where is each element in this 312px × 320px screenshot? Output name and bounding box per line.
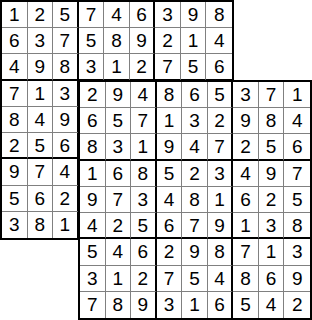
- sudoku-cell-b-r4c8: 9: [259, 161, 285, 187]
- sudoku-cell-a-r2c5: 8: [104, 28, 130, 54]
- sudoku-cell-b-r7c7: 7: [233, 239, 259, 265]
- sudoku-cell-b-r6c7: 1: [233, 213, 259, 239]
- sudoku-cell-b-r4c9: 7: [284, 161, 310, 187]
- sudoku-cell-b-r6c3: 5: [131, 213, 157, 239]
- sudoku-cell-b-r4c2: 6: [106, 161, 132, 187]
- sudoku-cell-b-r7c5: 9: [182, 239, 208, 265]
- sudoku-cell-b-r1c6: 5: [208, 82, 234, 108]
- sudoku-cell-b-r3c6: 7: [208, 134, 234, 160]
- sudoku-cell-b-r6c6: 9: [208, 213, 234, 239]
- sudoku-cell-b-r8c7: 8: [233, 266, 259, 292]
- sudoku-cell-b-r6c2: 2: [106, 213, 132, 239]
- sudoku-cell-b-r8c6: 4: [208, 266, 234, 292]
- sudoku-cell-a-r3c1: 4: [2, 54, 28, 80]
- sudoku-cell-b-r6c4: 6: [157, 213, 183, 239]
- sudoku-cell-b-r2c8: 8: [259, 108, 285, 134]
- sudoku-cell-b-r2c5: 3: [182, 108, 208, 134]
- sudoku-cell-a-r6c2: 5: [28, 133, 54, 159]
- sudoku-cell-b-r4c1: 1: [80, 161, 106, 187]
- sudoku-cell-b-r7c4: 2: [157, 239, 183, 265]
- sudoku-cell-a-r2c8: 1: [181, 28, 207, 54]
- sudoku-cell-a-r5c1: 8: [2, 107, 28, 133]
- sudoku-cell-b-r2c6: 2: [208, 108, 234, 134]
- sudoku-cell-b-r5c2: 7: [106, 187, 132, 213]
- sudoku-cell-b-r5c5: 8: [182, 187, 208, 213]
- sudoku-cell-b-r5c4: 4: [157, 187, 183, 213]
- sudoku-cell-b-r9c4: 3: [157, 292, 183, 318]
- sudoku-cell-a-r8c3: 2: [53, 186, 79, 212]
- sudoku-cell-b-r9c3: 9: [131, 292, 157, 318]
- sudoku-cell-b-r1c5: 6: [182, 82, 208, 108]
- sudoku-cell-b-r9c7: 5: [233, 292, 259, 318]
- sudoku-cell-a-r2c3: 7: [53, 28, 79, 54]
- sudoku-cell-a-r2c4: 5: [79, 28, 105, 54]
- sudoku-cell-b-r5c7: 6: [233, 187, 259, 213]
- sudoku-cell-a-r3c8: 5: [181, 54, 207, 80]
- sudoku-cell-b-r3c5: 4: [182, 134, 208, 160]
- sudoku-cell-b-r6c9: 8: [284, 213, 310, 239]
- sudoku-cell-b-r2c9: 4: [284, 108, 310, 134]
- sudoku-cell-b-r4c7: 4: [233, 161, 259, 187]
- sudoku-cell-b-r1c8: 7: [259, 82, 285, 108]
- sudoku-cell-b-r1c1: 2: [80, 82, 106, 108]
- sudoku-cell-b-r9c9: 2: [284, 292, 310, 318]
- sudoku-cell-a-r5c3: 9: [53, 107, 79, 133]
- sudoku-cell-b-r2c3: 7: [131, 108, 157, 134]
- sudoku-cell-b-r5c8: 2: [259, 187, 285, 213]
- sudoku-cell-b-r4c4: 5: [157, 161, 183, 187]
- sudoku-cell-b-r8c1: 3: [80, 266, 106, 292]
- sudoku-cell-b-r9c8: 4: [259, 292, 285, 318]
- sudoku-cell-b-r3c3: 1: [131, 134, 157, 160]
- sudoku-cell-b-r2c4: 1: [157, 108, 183, 134]
- sudoku-cell-b-r8c8: 6: [259, 266, 285, 292]
- sudoku-cell-a-r5c2: 4: [28, 107, 54, 133]
- sudoku-cell-b-r4c3: 8: [131, 161, 157, 187]
- sudoku-cell-a-r7c3: 4: [53, 159, 79, 185]
- sudoku-cell-b-r2c7: 9: [233, 108, 259, 134]
- sudoku-cell-b-r3c7: 2: [233, 134, 259, 160]
- sudoku-cell-a-r7c1: 9: [2, 159, 28, 185]
- sudoku-cell-b-r2c1: 6: [80, 108, 106, 134]
- sudoku-cell-b-r7c2: 4: [106, 239, 132, 265]
- sudoku-cell-a-r8c1: 5: [2, 186, 28, 212]
- sudoku-cell-b-r3c8: 5: [259, 134, 285, 160]
- sudoku-cell-b-r5c9: 5: [284, 187, 310, 213]
- sudoku-cell-b-r8c2: 1: [106, 266, 132, 292]
- sudoku-cell-a-r3c5: 1: [104, 54, 130, 80]
- sudoku-cell-b-r1c4: 8: [157, 82, 183, 108]
- sudoku-cell-b-r6c5: 7: [182, 213, 208, 239]
- sudoku-cell-a-r9c2: 8: [28, 212, 54, 238]
- sudoku-cell-b-r6c8: 3: [259, 213, 285, 239]
- sudoku-cell-b-r8c4: 7: [157, 266, 183, 292]
- sudoku-cell-a-r1c7: 3: [155, 2, 181, 28]
- sudoku-cell-a-r1c8: 9: [181, 2, 207, 28]
- sudoku-cell-a-r3c7: 7: [155, 54, 181, 80]
- sudoku-cell-b-r8c3: 2: [131, 266, 157, 292]
- sudoku-cell-b-r1c7: 3: [233, 82, 259, 108]
- sudoku-cell-a-r3c3: 8: [53, 54, 79, 80]
- sudoku-cell-a-r1c4: 7: [79, 2, 105, 28]
- sudoku-cell-b-r2c2: 5: [106, 108, 132, 134]
- sudoku-cell-b-r5c6: 1: [208, 187, 234, 213]
- sudoku-cell-b-r6c1: 4: [80, 213, 106, 239]
- sudoku-cell-b-r9c6: 6: [208, 292, 234, 318]
- sudoku-cell-a-r1c6: 6: [130, 2, 156, 28]
- sudoku-cell-b-r7c6: 8: [208, 239, 234, 265]
- sudoku-cell-a-r3c9: 6: [206, 54, 232, 80]
- sudoku-cell-a-r4c2: 1: [28, 81, 54, 107]
- sudoku-cell-a-r4c3: 3: [53, 81, 79, 107]
- sudoku-cell-a-r3c2: 9: [28, 54, 54, 80]
- sudoku-cell-a-r9c1: 3: [2, 212, 28, 238]
- sudoku-cell-b-r3c1: 8: [80, 134, 106, 160]
- sudoku-cell-a-r3c6: 2: [130, 54, 156, 80]
- sudoku-cell-b-r3c4: 9: [157, 134, 183, 160]
- sudoku-cell-a-r2c6: 9: [130, 28, 156, 54]
- sudoku-cell-a-r6c1: 2: [2, 133, 28, 159]
- sudoku-cell-b-r7c9: 3: [284, 239, 310, 265]
- sudoku-cell-a-r1c1: 1: [2, 2, 28, 28]
- sudoku-cell-a-r1c5: 4: [104, 2, 130, 28]
- sudoku-cell-b-r8c9: 9: [284, 266, 310, 292]
- twin-sudoku-board: 1257463986375892144983127567132948658496…: [0, 0, 312, 320]
- sudoku-cell-b-r3c2: 3: [106, 134, 132, 160]
- sudoku-grid-b: 2948653716571329848319472561685234979734…: [78, 80, 312, 320]
- sudoku-cell-b-r7c3: 6: [131, 239, 157, 265]
- sudoku-cell-b-r3c9: 6: [284, 134, 310, 160]
- sudoku-cell-a-r2c2: 3: [28, 28, 54, 54]
- sudoku-cell-a-r2c7: 2: [155, 28, 181, 54]
- sudoku-cell-b-r4c5: 2: [182, 161, 208, 187]
- sudoku-cell-a-r2c9: 4: [206, 28, 232, 54]
- sudoku-cell-b-r7c1: 5: [80, 239, 106, 265]
- sudoku-cell-a-r4c1: 7: [2, 81, 28, 107]
- sudoku-cell-a-r6c3: 6: [53, 133, 79, 159]
- sudoku-cell-a-r7c2: 7: [28, 159, 54, 185]
- sudoku-cell-a-r9c3: 1: [53, 212, 79, 238]
- sudoku-cell-b-r5c1: 9: [80, 187, 106, 213]
- sudoku-cell-a-r2c1: 6: [2, 28, 28, 54]
- sudoku-cell-b-r9c2: 8: [106, 292, 132, 318]
- sudoku-cell-a-r1c2: 2: [28, 2, 54, 28]
- sudoku-cell-a-r8c2: 6: [28, 186, 54, 212]
- sudoku-cell-b-r1c9: 1: [284, 82, 310, 108]
- sudoku-cell-b-r9c5: 1: [182, 292, 208, 318]
- sudoku-cell-b-r8c5: 5: [182, 266, 208, 292]
- sudoku-cell-a-r1c9: 8: [206, 2, 232, 28]
- sudoku-cell-b-r4c6: 3: [208, 161, 234, 187]
- sudoku-cell-b-r1c2: 9: [106, 82, 132, 108]
- sudoku-cell-a-r1c3: 5: [53, 2, 79, 28]
- sudoku-cell-b-r1c3: 4: [131, 82, 157, 108]
- sudoku-cell-b-r5c3: 3: [131, 187, 157, 213]
- sudoku-cell-b-r7c8: 1: [259, 239, 285, 265]
- sudoku-cell-b-r9c1: 7: [80, 292, 106, 318]
- sudoku-cell-a-r3c4: 3: [79, 54, 105, 80]
